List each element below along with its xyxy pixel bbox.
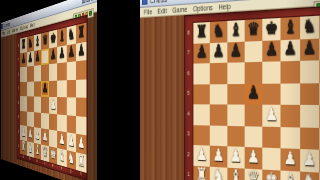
square-f4[interactable] — [57, 97, 66, 115]
black-pawn: ♟ — [247, 84, 260, 102]
white-bishop: ♝ — [229, 168, 241, 180]
square-h6[interactable] — [76, 60, 86, 79]
menu-edit[interactable]: Edit — [158, 7, 167, 16]
black-pawn: ♟ — [50, 47, 56, 61]
square-g5[interactable] — [300, 83, 319, 105]
square-d4[interactable] — [244, 105, 262, 127]
black-pawn: ♟ — [196, 43, 208, 60]
square-h5[interactable] — [76, 79, 86, 98]
square-f7[interactable]: ♟ — [281, 39, 300, 62]
black-bishop: ♝ — [229, 21, 241, 39]
square-e4[interactable]: ♟ — [262, 105, 280, 127]
square-f1[interactable]: ♝ — [281, 170, 300, 180]
square-b7[interactable]: ♟ — [210, 42, 227, 63]
square-e3[interactable] — [262, 126, 280, 148]
toolbar-icon[interactable] — [89, 10, 92, 16]
white-pawn: ♟ — [283, 149, 296, 168]
square-b8[interactable]: ♞ — [210, 21, 227, 43]
black-queen: ♛ — [247, 20, 260, 38]
white-queen: ♛ — [247, 169, 260, 180]
square-g1[interactable]: ♞ — [300, 171, 319, 180]
white-rook: ♜ — [78, 153, 85, 170]
square-a4[interactable] — [193, 104, 210, 125]
square-c3[interactable] — [227, 125, 244, 147]
white-king: ♚ — [265, 170, 278, 180]
white-pawn: ♟ — [42, 129, 48, 143]
square-a5[interactable] — [193, 84, 210, 105]
white-knight: ♞ — [68, 151, 75, 167]
black-pawn: ♟ — [59, 46, 65, 61]
square-c6[interactable] — [34, 65, 41, 81]
white-bishop: ♝ — [35, 143, 40, 157]
square-f6[interactable] — [57, 62, 66, 80]
square-g8[interactable]: ♞ — [300, 16, 319, 39]
square-b4[interactable] — [27, 96, 34, 111]
black-pawn: ♟ — [35, 50, 40, 64]
square-b5[interactable] — [27, 81, 34, 96]
white-rook: ♜ — [21, 140, 26, 153]
board-area: 87654321 abcdefgh ♜♞♝♛♚♝♞♜♟♟♟♟♟♟♟♟♟♟♟♟♟♟… — [1, 12, 97, 180]
white-pawn: ♟ — [68, 133, 75, 149]
black-bishop: ♝ — [59, 28, 65, 43]
square-h7[interactable]: ♟ — [76, 41, 86, 61]
square-c5[interactable] — [227, 83, 244, 104]
square-g3[interactable] — [300, 127, 319, 150]
square-e1[interactable]: ♚ — [262, 169, 280, 180]
rank-label-4: 4 — [185, 103, 193, 123]
black-knight: ♞ — [28, 36, 33, 49]
chess-window-left[interactable]: Chess FileEditGameOptionsHelp 87654321 a… — [1, 0, 97, 180]
white-pawn: ♟ — [28, 127, 33, 140]
menu-options[interactable]: Options — [193, 3, 213, 13]
square-b1[interactable]: ♞ — [27, 141, 34, 158]
square-e3[interactable] — [49, 113, 57, 131]
square-c1[interactable]: ♝ — [227, 167, 244, 180]
square-f6[interactable] — [281, 61, 300, 83]
white-pawn: ♟ — [247, 148, 260, 166]
board-area: 87654321 abcdefgh ♜♞♝♛♚♝♞♜♟♟♟♟♟♟♟♟♟♟♟♟♟♟… — [140, 4, 320, 180]
black-pawn: ♟ — [21, 53, 26, 66]
black-rook: ♜ — [196, 23, 208, 40]
square-g5[interactable] — [66, 79, 76, 97]
square-b5[interactable] — [210, 84, 227, 105]
white-rook: ♜ — [196, 166, 208, 180]
menu-file[interactable]: File — [144, 8, 152, 17]
square-f1[interactable]: ♝ — [57, 148, 66, 167]
square-f3[interactable] — [281, 127, 300, 149]
white-knight: ♞ — [212, 167, 224, 180]
square-b4[interactable] — [210, 104, 227, 125]
square-e1[interactable]: ♚ — [49, 146, 57, 165]
square-g7[interactable]: ♟ — [300, 38, 319, 61]
menu-game[interactable]: Game — [172, 5, 187, 14]
square-d5[interactable]: ♟ — [244, 83, 262, 104]
square-h1[interactable]: ♜ — [76, 152, 86, 173]
white-bishop: ♝ — [59, 149, 65, 165]
square-f5[interactable] — [281, 83, 300, 105]
white-pawn: ♟ — [50, 98, 56, 112]
app-icon — [142, 0, 147, 5]
black-knight: ♞ — [302, 17, 316, 36]
square-f5[interactable] — [57, 80, 66, 97]
white-pawn: ♟ — [229, 147, 241, 165]
square-a2[interactable]: ♟ — [193, 145, 210, 166]
square-e5[interactable] — [49, 80, 57, 97]
black-pawn: ♟ — [229, 42, 241, 60]
square-a8[interactable]: ♜ — [193, 22, 210, 43]
square-e6[interactable] — [262, 61, 280, 83]
square-d6[interactable] — [244, 62, 262, 84]
chess-board[interactable]: ♜♞♝♛♚♝♞♜♟♟♟♟♟♟♟♟♟♟♟♟♟♟♟♟♜♞♝♛♚♝♞♜ — [193, 13, 320, 180]
square-f4[interactable] — [281, 105, 300, 127]
white-queen: ♛ — [42, 145, 48, 160]
white-pawn: ♟ — [35, 128, 40, 142]
black-rook: ♜ — [21, 38, 26, 51]
square-e7[interactable]: ♟ — [262, 40, 280, 62]
black-pawn: ♟ — [212, 43, 224, 60]
square-c2[interactable]: ♟ — [227, 146, 244, 168]
board-frame: 87654321 abcdefgh ♜♞♝♛♚♝♞♜♟♟♟♟♟♟♟♟♟♟♟♟♟♟… — [17, 15, 88, 180]
white-pawn: ♟ — [78, 135, 85, 152]
square-d1[interactable]: ♛ — [41, 144, 49, 162]
white-pawn: ♟ — [59, 132, 65, 147]
white-knight: ♞ — [302, 172, 316, 180]
square-b2[interactable]: ♟ — [210, 146, 227, 168]
square-a3[interactable] — [193, 125, 210, 146]
rank-label-5: 5 — [185, 83, 193, 103]
square-d6[interactable] — [41, 64, 49, 81]
black-king: ♚ — [50, 31, 56, 46]
square-d2[interactable]: ♟ — [244, 147, 262, 169]
menu-file[interactable]: File — [2, 30, 5, 36]
square-g6[interactable] — [66, 61, 76, 80]
square-e5[interactable] — [262, 83, 280, 105]
rank-label-6: 6 — [185, 63, 193, 83]
square-f8[interactable]: ♝ — [281, 17, 300, 40]
app-icon — [1, 24, 3, 29]
square-c4[interactable] — [227, 104, 244, 125]
square-g6[interactable] — [300, 60, 319, 83]
rank-labels: 87654321 — [185, 22, 193, 180]
white-pawn: ♟ — [265, 106, 278, 124]
square-g2[interactable]: ♟ — [300, 149, 319, 172]
black-knight: ♞ — [68, 26, 75, 42]
square-d5[interactable]: ♟ — [41, 81, 49, 97]
white-pawn: ♟ — [212, 147, 224, 165]
square-b1[interactable]: ♞ — [210, 166, 227, 180]
square-f2[interactable]: ♟ — [281, 148, 300, 171]
black-king: ♚ — [265, 19, 278, 37]
square-c4[interactable] — [34, 96, 41, 112]
square-d7[interactable] — [41, 48, 49, 65]
rank-label-7: 7 — [185, 42, 193, 63]
square-h4[interactable] — [76, 98, 86, 117]
square-f7[interactable]: ♟ — [57, 45, 66, 63]
square-c8[interactable]: ♝ — [227, 20, 244, 42]
black-rook: ♜ — [78, 24, 85, 41]
board-frame: 87654321 abcdefgh ♜♞♝♛♚♝♞♜♟♟♟♟♟♟♟♟♟♟♟♟♟♟… — [184, 5, 320, 180]
square-e7[interactable]: ♟ — [49, 46, 57, 64]
square-b3[interactable] — [210, 125, 227, 146]
minimize-button[interactable] — [82, 0, 86, 4]
white-knight: ♞ — [28, 142, 33, 156]
close-button[interactable] — [91, 0, 95, 1]
square-g1[interactable]: ♞ — [66, 150, 76, 170]
chess-board[interactable]: ♜♞♝♛♚♝♞♜♟♟♟♟♟♟♟♟♟♟♟♟♟♟♟♟♜♞♝♛♚♝♞♜ — [20, 21, 87, 174]
black-pawn: ♟ — [28, 51, 33, 64]
white-bishop: ♝ — [283, 171, 296, 180]
square-d7[interactable] — [244, 40, 262, 62]
rank-label-3: 3 — [185, 123, 193, 143]
black-knight: ♞ — [212, 22, 224, 40]
square-e2[interactable] — [262, 148, 280, 170]
square-c7[interactable]: ♟ — [34, 49, 41, 66]
square-b6[interactable] — [210, 63, 227, 84]
rank-label-8: 8 — [185, 22, 193, 43]
square-d1[interactable]: ♛ — [244, 168, 262, 180]
black-pawn: ♟ — [78, 42, 85, 58]
black-pawn: ♟ — [265, 41, 278, 59]
rank-label-2: 2 — [185, 144, 193, 165]
white-pawn: ♟ — [196, 146, 208, 163]
black-pawn: ♟ — [42, 81, 48, 94]
square-a1[interactable]: ♜ — [193, 165, 210, 180]
square-a6[interactable] — [193, 63, 210, 84]
square-e6[interactable] — [49, 63, 57, 80]
square-d4[interactable] — [41, 97, 49, 114]
square-c1[interactable]: ♝ — [34, 142, 41, 159]
square-g4[interactable] — [300, 105, 319, 127]
square-d8[interactable]: ♛ — [41, 32, 49, 50]
black-queen: ♛ — [42, 32, 48, 46]
black-pawn: ♟ — [283, 40, 296, 58]
rank-label-1: 1 — [185, 164, 193, 180]
square-d8[interactable]: ♛ — [244, 19, 262, 41]
square-c5[interactable] — [34, 81, 41, 97]
white-pawn: ♟ — [302, 150, 316, 169]
square-b6[interactable] — [27, 66, 34, 82]
square-g7[interactable]: ♟ — [66, 43, 76, 62]
menu-help[interactable]: Help — [219, 2, 231, 11]
black-bishop: ♝ — [283, 18, 296, 37]
square-c6[interactable] — [227, 62, 244, 83]
square-d3[interactable] — [244, 126, 262, 148]
maximize-button[interactable] — [86, 0, 90, 2]
desktop-background: Chess FileEditGameOptionsHelp 87654321 a… — [0, 0, 320, 180]
chess-window-right[interactable]: Chess FileEditGameOptionsHelp 87654321 a… — [140, 0, 320, 180]
square-c7[interactable]: ♟ — [227, 41, 244, 63]
square-e8[interactable]: ♚ — [262, 18, 280, 40]
square-b7[interactable]: ♟ — [27, 51, 34, 67]
black-pawn: ♟ — [302, 39, 316, 58]
white-pawn: ♟ — [21, 126, 26, 139]
black-pawn: ♟ — [68, 44, 75, 60]
white-king: ♚ — [50, 147, 56, 162]
square-e4[interactable]: ♟ — [49, 97, 57, 114]
black-bishop: ♝ — [35, 34, 40, 48]
square-a7[interactable]: ♟ — [193, 43, 210, 64]
square-g4[interactable] — [66, 97, 76, 115]
